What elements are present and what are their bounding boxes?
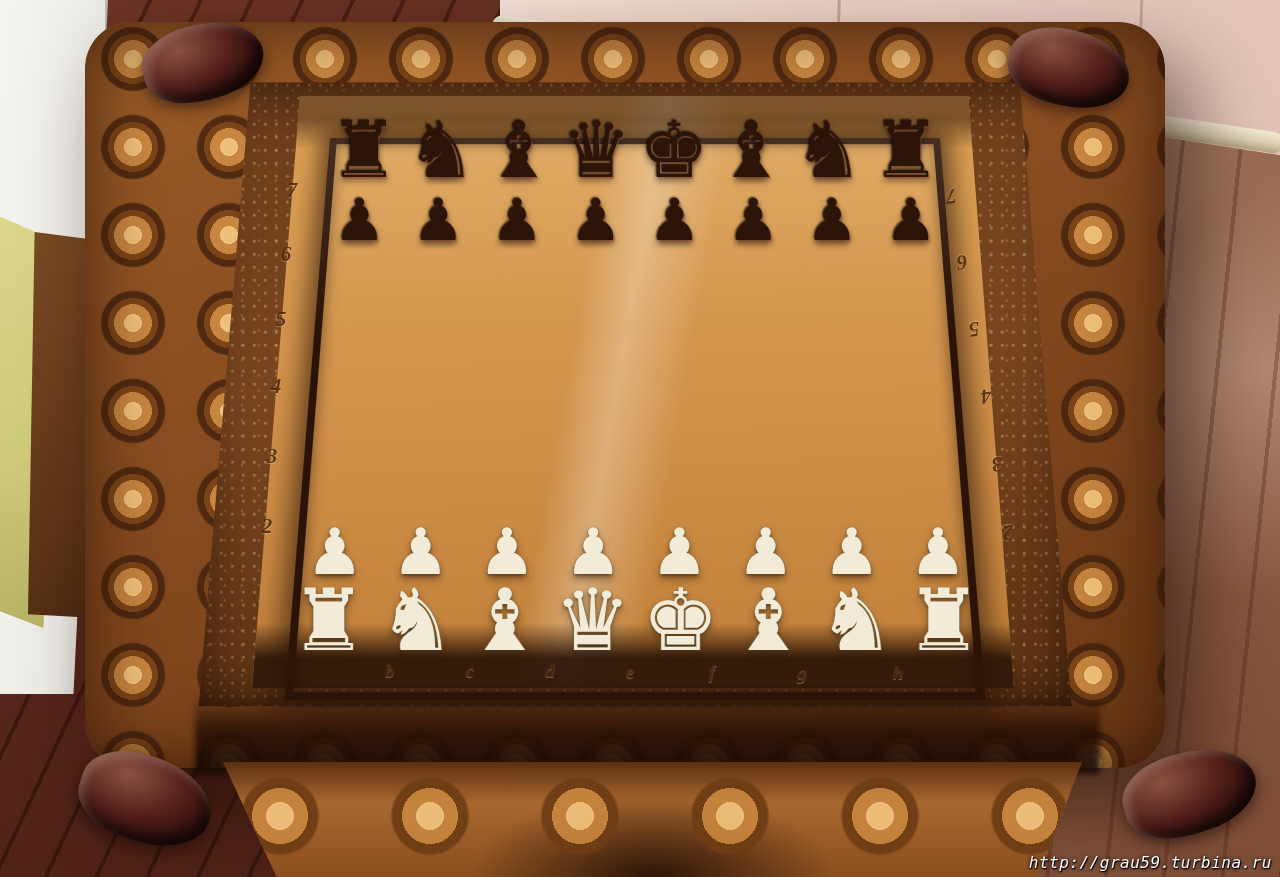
carved-table-apron — [205, 762, 1100, 877]
photo-scene: ♜♞♝♛♚♝♞♜♟♟♟♟♟♟♟♟♟♟♟♟♟♟♟♟♜♞♝♛♚♝♞♜ 7654327… — [0, 0, 1280, 877]
board-grid — [284, 138, 985, 700]
chess-board — [284, 138, 985, 700]
watermark-url: http://grau59.turbina.ru — [1029, 853, 1272, 872]
